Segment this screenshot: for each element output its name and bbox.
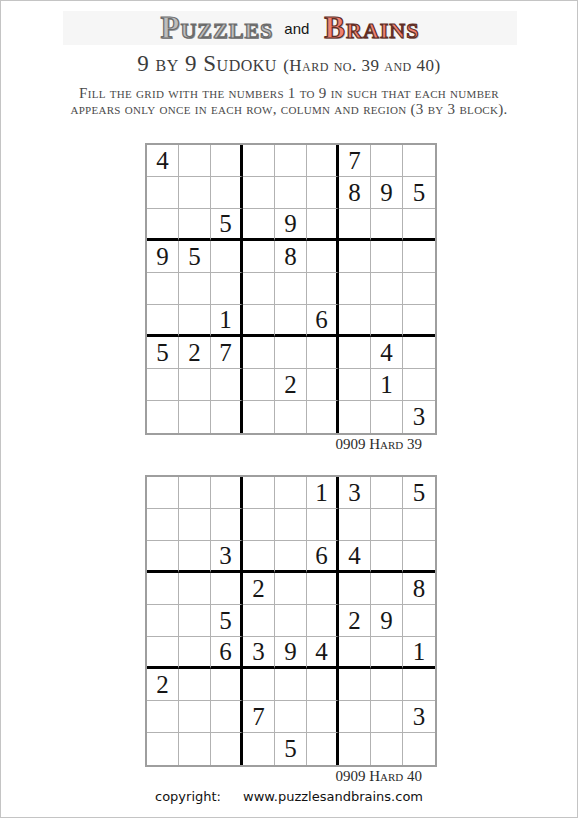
- cell-r4c1: [147, 573, 179, 605]
- cell-r9c1: [147, 401, 179, 433]
- cell-r9c8: [371, 733, 403, 765]
- cell-r6c1: [147, 305, 179, 337]
- cell-r1c7: 3: [339, 477, 371, 509]
- cell-r8c5: 2: [275, 369, 307, 401]
- cell-r8c1: [147, 701, 179, 733]
- cell-r8c2: [179, 369, 211, 401]
- cell-r8c9: 3: [403, 701, 435, 733]
- cell-r7c9: [403, 337, 435, 369]
- logo-word-brains: Brains: [324, 11, 419, 45]
- cell-r4c5: 8: [275, 241, 307, 273]
- puzzle-block-39: 4789559958165274213 0909 Hard 39: [145, 143, 437, 453]
- cell-r5c2: [179, 273, 211, 305]
- cell-r7c7: [339, 337, 371, 369]
- cell-r1c2: [179, 477, 211, 509]
- cell-r6c4: [243, 305, 275, 337]
- instructions-line-1: Fill the grid with the numbers 1 to 9 in…: [1, 85, 577, 101]
- title-main: 9 by 9 Sudoku: [137, 51, 277, 76]
- cell-r8c4: 7: [243, 701, 275, 733]
- cell-r5c2: [179, 605, 211, 637]
- cell-r7c8: [371, 669, 403, 701]
- cell-r6c3: 6: [211, 637, 243, 669]
- cell-r2c1: [147, 177, 179, 209]
- cell-r9c4: [243, 733, 275, 765]
- cell-r7c8: 4: [371, 337, 403, 369]
- cell-r3c6: 6: [307, 541, 339, 573]
- cell-r3c5: 9: [275, 209, 307, 241]
- cell-r3c9: [403, 541, 435, 573]
- cell-r6c8: [371, 637, 403, 669]
- copyright-label: copyright:: [155, 789, 221, 804]
- cell-r5c5: [275, 273, 307, 305]
- cell-r7c2: 2: [179, 337, 211, 369]
- cell-r8c3: [211, 369, 243, 401]
- cell-r1c4: [243, 145, 275, 177]
- cell-r6c5: [275, 305, 307, 337]
- cell-r8c7: [339, 701, 371, 733]
- cell-r9c8: [371, 401, 403, 433]
- cell-r2c9: 5: [403, 177, 435, 209]
- cell-r8c8: 1: [371, 369, 403, 401]
- cell-r2c9: [403, 509, 435, 541]
- instructions: Fill the grid with the numbers 1 to 9 in…: [1, 85, 577, 117]
- cell-r9c6: [307, 401, 339, 433]
- cell-r6c9: [403, 305, 435, 337]
- cell-r1c9: [403, 145, 435, 177]
- cell-r1c7: 7: [339, 145, 371, 177]
- cell-r2c3: [211, 177, 243, 209]
- sudoku-grid-40: 13536428529639412735: [145, 475, 437, 767]
- cell-r9c7: [339, 733, 371, 765]
- cell-r9c2: [179, 733, 211, 765]
- cell-r4c2: [179, 573, 211, 605]
- cell-r7c4: [243, 337, 275, 369]
- cell-r3c7: [339, 209, 371, 241]
- cell-r7c5: [275, 669, 307, 701]
- cell-r4c7: [339, 573, 371, 605]
- cell-r3c3: 5: [211, 209, 243, 241]
- cell-r8c3: [211, 701, 243, 733]
- cell-r2c2: [179, 177, 211, 209]
- cell-r5c7: [339, 273, 371, 305]
- cell-r1c9: 5: [403, 477, 435, 509]
- cell-r6c9: 1: [403, 637, 435, 669]
- cell-r2c3: [211, 509, 243, 541]
- cell-r5c1: [147, 273, 179, 305]
- cell-r4c5: [275, 573, 307, 605]
- cell-r2c6: [307, 177, 339, 209]
- cell-r9c6: [307, 733, 339, 765]
- cell-r9c4: [243, 401, 275, 433]
- cell-r6c2: [179, 637, 211, 669]
- sudoku-grid-39: 4789559958165274213: [145, 143, 437, 435]
- cell-r1c6: [307, 145, 339, 177]
- cell-r1c3: [211, 145, 243, 177]
- cell-r5c1: [147, 605, 179, 637]
- cell-r3c2: [179, 541, 211, 573]
- cell-r4c9: 8: [403, 573, 435, 605]
- cell-r3c4: [243, 541, 275, 573]
- cell-r6c8: [371, 305, 403, 337]
- cell-r7c7: [339, 669, 371, 701]
- cell-r8c4: [243, 369, 275, 401]
- cell-r6c7: [339, 637, 371, 669]
- cell-r6c1: [147, 637, 179, 669]
- cell-r4c3: [211, 241, 243, 273]
- cell-r3c1: [147, 541, 179, 573]
- cell-r1c5: [275, 477, 307, 509]
- cell-r8c8: [371, 701, 403, 733]
- cell-r7c3: [211, 669, 243, 701]
- cell-r9c3: [211, 733, 243, 765]
- cell-r3c5: [275, 541, 307, 573]
- cell-r7c5: [275, 337, 307, 369]
- cell-r1c8: [371, 145, 403, 177]
- cell-r9c3: [211, 401, 243, 433]
- cell-r8c6: [307, 701, 339, 733]
- cell-r5c6: [307, 273, 339, 305]
- site-url: www.puzzlesandbrains.com: [243, 789, 423, 804]
- cell-r6c5: 9: [275, 637, 307, 669]
- cell-r4c1: 9: [147, 241, 179, 273]
- cell-r7c9: [403, 669, 435, 701]
- cell-r3c3: 3: [211, 541, 243, 573]
- cell-r5c5: [275, 605, 307, 637]
- footer: copyright: www.puzzlesandbrains.com: [1, 789, 577, 804]
- cell-r4c8: [371, 573, 403, 605]
- cell-r5c3: 5: [211, 605, 243, 637]
- cell-r8c9: [403, 369, 435, 401]
- cell-r2c4: [243, 177, 275, 209]
- cell-r6c7: [339, 305, 371, 337]
- cell-r9c9: 3: [403, 401, 435, 433]
- page-title: 9 by 9 Sudoku (Hard no. 39 and 40): [1, 51, 577, 77]
- cell-r2c5: [275, 509, 307, 541]
- cell-r1c2: [179, 145, 211, 177]
- cell-r4c8: [371, 241, 403, 273]
- cell-r8c5: [275, 701, 307, 733]
- cell-r3c8: [371, 541, 403, 573]
- logo-connector: and: [284, 20, 309, 37]
- cell-r5c7: 2: [339, 605, 371, 637]
- cell-r1c6: 1: [307, 477, 339, 509]
- cell-r3c6: [307, 209, 339, 241]
- cell-r5c8: 9: [371, 605, 403, 637]
- cell-r4c7: [339, 241, 371, 273]
- cell-r6c6: 4: [307, 637, 339, 669]
- cell-r9c1: [147, 733, 179, 765]
- cell-r7c1: 5: [147, 337, 179, 369]
- cell-r1c1: [147, 477, 179, 509]
- cell-r5c4: [243, 273, 275, 305]
- cell-r5c8: [371, 273, 403, 305]
- logo-banner: Puzzles and Brains: [63, 11, 517, 45]
- cell-r4c9: [403, 241, 435, 273]
- cell-r2c1: [147, 509, 179, 541]
- cell-r4c4: 2: [243, 573, 275, 605]
- cell-r3c4: [243, 209, 275, 241]
- cell-r8c6: [307, 369, 339, 401]
- page: Puzzles and Brains 9 by 9 Sudoku (Hard n…: [0, 0, 578, 818]
- cell-r2c8: [371, 509, 403, 541]
- cell-r1c5: [275, 145, 307, 177]
- logo-word-puzzles: Puzzles: [161, 11, 274, 45]
- cell-r9c7: [339, 401, 371, 433]
- cell-r3c1: [147, 209, 179, 241]
- cell-r5c3: [211, 273, 243, 305]
- cell-r3c8: [371, 209, 403, 241]
- cell-r9c5: [275, 401, 307, 433]
- cell-r7c2: [179, 669, 211, 701]
- cell-r7c6: [307, 337, 339, 369]
- cell-r6c2: [179, 305, 211, 337]
- cell-r5c6: [307, 605, 339, 637]
- cell-r3c7: 4: [339, 541, 371, 573]
- cell-r2c7: 8: [339, 177, 371, 209]
- puzzle-label-39: 0909 Hard 39: [145, 436, 437, 453]
- cell-r3c2: [179, 209, 211, 241]
- cell-r9c5: 5: [275, 733, 307, 765]
- cell-r5c9: [403, 273, 435, 305]
- instructions-line-2: appears only once in each row, column an…: [1, 101, 577, 117]
- cell-r7c4: [243, 669, 275, 701]
- cell-r1c4: [243, 477, 275, 509]
- cell-r8c7: [339, 369, 371, 401]
- cell-r7c3: 7: [211, 337, 243, 369]
- cell-r5c9: [403, 605, 435, 637]
- cell-r3c9: [403, 209, 435, 241]
- puzzle-block-40: 13536428529639412735 0909 Hard 40: [145, 475, 437, 785]
- cell-r2c4: [243, 509, 275, 541]
- cell-r8c1: [147, 369, 179, 401]
- cell-r2c6: [307, 509, 339, 541]
- cell-r4c6: [307, 241, 339, 273]
- cell-r2c2: [179, 509, 211, 541]
- title-suffix: (Hard no. 39 and 40): [283, 56, 441, 75]
- cell-r7c1: 2: [147, 669, 179, 701]
- cell-r1c3: [211, 477, 243, 509]
- cell-r1c1: 4: [147, 145, 179, 177]
- cell-r6c3: 1: [211, 305, 243, 337]
- cell-r4c2: 5: [179, 241, 211, 273]
- cell-r7c6: [307, 669, 339, 701]
- puzzle-label-40: 0909 Hard 40: [145, 768, 437, 785]
- cell-r2c8: 9: [371, 177, 403, 209]
- cell-r8c2: [179, 701, 211, 733]
- cell-r9c9: [403, 733, 435, 765]
- cell-r4c6: [307, 573, 339, 605]
- cell-r1c8: [371, 477, 403, 509]
- cell-r6c6: 6: [307, 305, 339, 337]
- cell-r2c5: [275, 177, 307, 209]
- cell-r4c4: [243, 241, 275, 273]
- cell-r4c3: [211, 573, 243, 605]
- cell-r5c4: [243, 605, 275, 637]
- cell-r9c2: [179, 401, 211, 433]
- cell-r6c4: 3: [243, 637, 275, 669]
- cell-r2c7: [339, 509, 371, 541]
